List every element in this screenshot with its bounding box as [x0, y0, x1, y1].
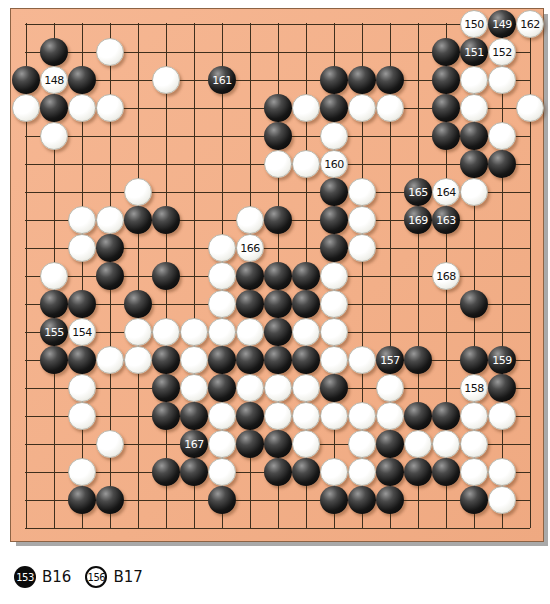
stone-white-c13r13 — [348, 346, 376, 374]
caption-stone-156: 156 — [85, 566, 107, 588]
stone-white-c8r11 — [208, 290, 236, 318]
stone-black-c14r16 — [376, 430, 404, 458]
stone-white-c3r15 — [68, 402, 96, 430]
stone-white-c5r12 — [124, 318, 152, 346]
stone-white-c8r9 — [208, 234, 236, 262]
stone-black-c3r3 — [68, 66, 96, 94]
stone-white-c13r15 — [348, 402, 376, 430]
stone-black-c10r11 — [264, 290, 292, 318]
stone-black-c16r3 — [432, 66, 460, 94]
stone-black-c2r11 — [40, 290, 68, 318]
stone-white-c18r18 — [488, 486, 516, 514]
stone-black-c8r14 — [208, 374, 236, 402]
stone-white-c18r17 — [488, 458, 516, 486]
stone-black-c7r17 — [180, 458, 208, 486]
stone-black-c11r17 — [292, 458, 320, 486]
stone-white-c13r17 — [348, 458, 376, 486]
stone-white-c7r14 — [180, 374, 208, 402]
stone-black-c2r4 — [40, 94, 68, 122]
stone-166: 166 — [236, 234, 264, 262]
stone-white-c7r12 — [180, 318, 208, 346]
stone-152: 152 — [488, 38, 516, 66]
stone-white-c6r12 — [152, 318, 180, 346]
stone-white-c17r16 — [460, 430, 488, 458]
stone-black-c6r15 — [152, 402, 180, 430]
stone-white-c12r17 — [320, 458, 348, 486]
stone-white-c11r6 — [292, 150, 320, 178]
stone-black-c10r17 — [264, 458, 292, 486]
stone-white-c3r17 — [68, 458, 96, 486]
stone-black-c17r5 — [460, 122, 488, 150]
stone-black-c9r13 — [236, 346, 264, 374]
stone-white-c3r14 — [68, 374, 96, 402]
stone-black-c10r8 — [264, 206, 292, 234]
stone-black-c9r11 — [236, 290, 264, 318]
stone-165: 165 — [404, 178, 432, 206]
stone-black-c10r16 — [264, 430, 292, 458]
stone-white-c13r8 — [348, 206, 376, 234]
stone-white-c4r16 — [96, 430, 124, 458]
stone-149: 149 — [488, 10, 516, 38]
stone-black-c3r11 — [68, 290, 96, 318]
stone-white-c10r15 — [264, 402, 292, 430]
stone-black-c12r18 — [320, 486, 348, 514]
stone-white-c18r3 — [488, 66, 516, 94]
stone-black-c12r9 — [320, 234, 348, 262]
stone-white-c5r13 — [124, 346, 152, 374]
stone-black-c16r5 — [432, 122, 460, 150]
stone-white-c18r5 — [488, 122, 516, 150]
stone-white-c12r5 — [320, 122, 348, 150]
stone-168: 168 — [432, 262, 460, 290]
stone-white-c12r11 — [320, 290, 348, 318]
stone-white-c12r15 — [320, 402, 348, 430]
go-diagram-page: 1501491621511521481611601651641691631661… — [0, 0, 550, 604]
stone-black-c2r13 — [40, 346, 68, 374]
stone-white-c13r9 — [348, 234, 376, 262]
stone-black-c6r10 — [152, 262, 180, 290]
stone-black-c9r10 — [236, 262, 264, 290]
stone-white-c10r6 — [264, 150, 292, 178]
stone-white-c4r13 — [96, 346, 124, 374]
stone-159: 159 — [488, 346, 516, 374]
stone-white-c11r16 — [292, 430, 320, 458]
stone-black-c9r16 — [236, 430, 264, 458]
stone-black-c16r2 — [432, 38, 460, 66]
stone-white-c11r15 — [292, 402, 320, 430]
stone-white-c8r12 — [208, 318, 236, 346]
stone-white-c12r10 — [320, 262, 348, 290]
stone-161: 161 — [208, 66, 236, 94]
stone-black-c17r13 — [460, 346, 488, 374]
stone-white-c1r4 — [12, 94, 40, 122]
stone-black-c6r17 — [152, 458, 180, 486]
stone-white-c2r5 — [40, 122, 68, 150]
stone-white-c15r16 — [404, 430, 432, 458]
grid-line-h-19 — [25, 528, 530, 529]
stone-black-c12r8 — [320, 206, 348, 234]
stone-white-c6r3 — [152, 66, 180, 94]
stone-white-c7r13 — [180, 346, 208, 374]
stone-155: 155 — [40, 318, 68, 346]
stone-black-c10r10 — [264, 262, 292, 290]
stone-black-c6r13 — [152, 346, 180, 374]
stone-black-c12r14 — [320, 374, 348, 402]
stone-white-c13r7 — [348, 178, 376, 206]
stone-black-c16r4 — [432, 94, 460, 122]
stone-black-c18r14 — [488, 374, 516, 402]
stone-white-c13r4 — [348, 94, 376, 122]
stone-black-c12r4 — [320, 94, 348, 122]
stone-black-c15r17 — [404, 458, 432, 486]
caption-coord-1: B16 — [42, 568, 71, 586]
stone-black-c13r18 — [348, 486, 376, 514]
stone-black-c12r7 — [320, 178, 348, 206]
stone-black-c5r8 — [124, 206, 152, 234]
stone-white-c8r17 — [208, 458, 236, 486]
stone-white-c8r10 — [208, 262, 236, 290]
stone-white-c14r4 — [376, 94, 404, 122]
stone-black-c14r18 — [376, 486, 404, 514]
stone-white-c19r4 — [516, 94, 544, 122]
stone-167: 167 — [180, 430, 208, 458]
stone-157: 157 — [376, 346, 404, 374]
stone-white-c10r14 — [264, 374, 292, 402]
stone-white-c11r14 — [292, 374, 320, 402]
stone-black-c11r11 — [292, 290, 320, 318]
stone-white-c8r16 — [208, 430, 236, 458]
stone-black-c17r11 — [460, 290, 488, 318]
stone-white-c5r7 — [124, 178, 152, 206]
stone-164: 164 — [432, 178, 460, 206]
stone-white-c4r2 — [96, 38, 124, 66]
stone-black-c6r8 — [152, 206, 180, 234]
stone-black-c4r9 — [96, 234, 124, 262]
stone-black-c8r13 — [208, 346, 236, 374]
stone-154: 154 — [68, 318, 96, 346]
stone-black-c10r4 — [264, 94, 292, 122]
stone-black-c7r15 — [180, 402, 208, 430]
stone-white-c2r10 — [40, 262, 68, 290]
stone-black-c4r10 — [96, 262, 124, 290]
stone-162: 162 — [516, 10, 544, 38]
stone-black-c11r10 — [292, 262, 320, 290]
stone-black-c14r17 — [376, 458, 404, 486]
stone-white-c3r8 — [68, 206, 96, 234]
stone-black-c3r13 — [68, 346, 96, 374]
stone-white-c12r13 — [320, 346, 348, 374]
stone-white-c4r4 — [96, 94, 124, 122]
stone-white-c12r12 — [320, 318, 348, 346]
stone-white-c9r12 — [236, 318, 264, 346]
stone-black-c3r18 — [68, 486, 96, 514]
stone-black-c9r15 — [236, 402, 264, 430]
stone-white-c17r17 — [460, 458, 488, 486]
stone-black-c10r13 — [264, 346, 292, 374]
stone-black-c14r3 — [376, 66, 404, 94]
stone-black-c6r14 — [152, 374, 180, 402]
stone-white-c14r15 — [376, 402, 404, 430]
stone-169: 169 — [404, 206, 432, 234]
stone-white-c4r8 — [96, 206, 124, 234]
stone-black-c12r3 — [320, 66, 348, 94]
stone-black-c2r2 — [40, 38, 68, 66]
stone-white-c9r14 — [236, 374, 264, 402]
go-board: 1501491621511521481611601651641691631661… — [10, 8, 544, 542]
caption: 153B16156B17 — [14, 565, 151, 589]
stone-black-c17r18 — [460, 486, 488, 514]
stone-white-c18r15 — [488, 402, 516, 430]
stone-black-c4r18 — [96, 486, 124, 514]
stone-black-c10r12 — [264, 318, 292, 346]
stone-148: 148 — [40, 66, 68, 94]
stone-150: 150 — [460, 10, 488, 38]
stone-black-c15r13 — [404, 346, 432, 374]
stone-black-c5r11 — [124, 290, 152, 318]
stone-158: 158 — [460, 374, 488, 402]
caption-coord-2: B17 — [113, 568, 142, 586]
caption-stone-153: 153 — [14, 566, 36, 588]
stone-black-c10r5 — [264, 122, 292, 150]
stone-black-c15r15 — [404, 402, 432, 430]
stone-black-c16r15 — [432, 402, 460, 430]
stone-163: 163 — [432, 206, 460, 234]
stone-black-c17r6 — [460, 150, 488, 178]
stone-black-c8r18 — [208, 486, 236, 514]
stone-white-c8r15 — [208, 402, 236, 430]
stone-white-c13r16 — [348, 430, 376, 458]
stone-white-c11r4 — [292, 94, 320, 122]
stone-151: 151 — [460, 38, 488, 66]
stone-white-c14r14 — [376, 374, 404, 402]
stone-white-c17r15 — [460, 402, 488, 430]
stone-white-c11r12 — [292, 318, 320, 346]
stone-black-c13r3 — [348, 66, 376, 94]
stone-white-c9r8 — [236, 206, 264, 234]
stone-black-c18r6 — [488, 150, 516, 178]
stone-white-c16r16 — [432, 430, 460, 458]
grid-line-v-18 — [502, 23, 503, 528]
stone-black-c11r13 — [292, 346, 320, 374]
stone-white-c17r3 — [460, 66, 488, 94]
stone-160: 160 — [320, 150, 348, 178]
stone-black-c1r3 — [12, 66, 40, 94]
stone-white-c17r4 — [460, 94, 488, 122]
stone-white-c17r7 — [460, 178, 488, 206]
stone-white-c3r4 — [68, 94, 96, 122]
stone-white-c3r9 — [68, 234, 96, 262]
stone-black-c16r17 — [432, 458, 460, 486]
